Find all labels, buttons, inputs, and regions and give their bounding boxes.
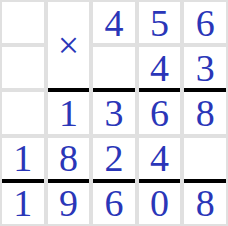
digit: 0 xyxy=(150,184,169,222)
cell-r5c5: 8 xyxy=(184,183,226,224)
cell-r4c4: 4 xyxy=(139,138,181,179)
digit: 2 xyxy=(104,139,123,177)
cell-r4c5 xyxy=(184,138,226,179)
cell-r4c1: 1 xyxy=(2,138,44,179)
cell-r5c1: 1 xyxy=(2,183,44,224)
cell-r2c3 xyxy=(93,47,135,88)
digit: 1 xyxy=(59,94,78,132)
cell-r5c2: 9 xyxy=(48,183,90,224)
digit: 5 xyxy=(150,4,169,42)
cell-r3c2: 1 xyxy=(48,92,90,133)
cell-r5c3: 6 xyxy=(93,183,135,224)
digit: 1 xyxy=(13,184,32,222)
digit: 3 xyxy=(104,94,123,132)
cell-r4c2: 8 xyxy=(48,138,90,179)
digit: 4 xyxy=(150,139,169,177)
cell-r5c4: 0 xyxy=(139,183,181,224)
cell-r3c5: 8 xyxy=(184,92,226,133)
digit: 6 xyxy=(196,4,215,42)
digit: 6 xyxy=(104,184,123,222)
multiply-sign: × xyxy=(58,26,79,64)
digit: 9 xyxy=(59,184,78,222)
cell-r4c3: 2 xyxy=(93,138,135,179)
digit: 3 xyxy=(196,49,215,87)
cell-r1c1 xyxy=(2,2,44,43)
multiplication-grid: ×456431368182419608 xyxy=(0,0,228,226)
cell-r2c1 xyxy=(2,47,44,88)
cell-r2c5: 3 xyxy=(184,47,226,88)
digit: 1 xyxy=(13,139,32,177)
digit: 6 xyxy=(150,94,169,132)
digit: 4 xyxy=(150,49,169,87)
digit: 4 xyxy=(104,4,123,42)
cell-r3c3: 3 xyxy=(93,92,135,133)
digit: 8 xyxy=(196,184,215,222)
cell-r1c5: 6 xyxy=(184,2,226,43)
digit: 8 xyxy=(196,94,215,132)
cell-r2c4: 4 xyxy=(139,47,181,88)
cell-r1c3: 4 xyxy=(93,2,135,43)
cell-r3c1 xyxy=(2,92,44,133)
cell-r1c4: 5 xyxy=(139,2,181,43)
operator-cell: × xyxy=(48,2,90,88)
digit: 8 xyxy=(59,139,78,177)
cell-r3c4: 6 xyxy=(139,92,181,133)
